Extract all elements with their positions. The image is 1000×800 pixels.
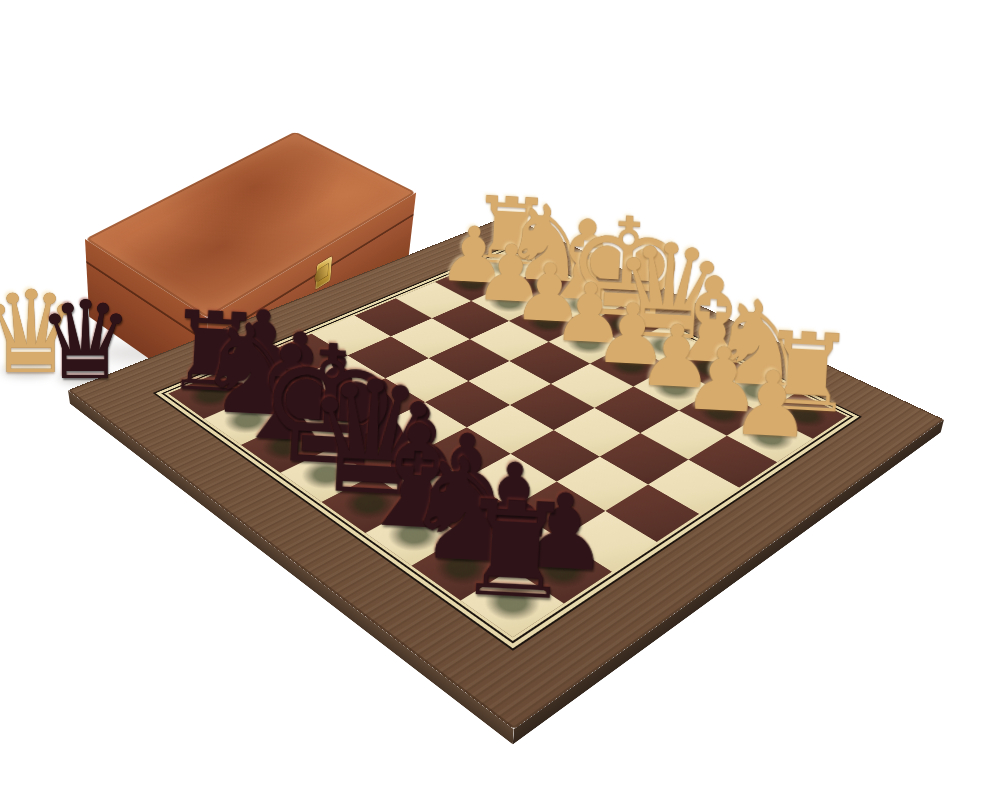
chess-board: ♜♞♝♚♛♝♞♜♟♟♟♟♟♟♟♟♟♟♟♟♟♟♟♟♜♞♝♚♛♝♞♜ xyxy=(68,216,944,730)
square-a3 xyxy=(689,436,777,488)
square-a5 xyxy=(605,485,699,542)
spare-black-queen: ♛ xyxy=(37,287,134,395)
product-photo-scene: ♜♞♝♚♛♝♞♜♟♟♟♟♟♟♟♟♟♟♟♟♟♟♟♟♜♞♝♚♛♝♞♜ ♛ ♛ xyxy=(0,0,1000,800)
square-c3 xyxy=(595,387,679,433)
board-squares: ♜♞♝♚♛♝♞♜♟♟♟♟♟♟♟♟♟♟♟♟♟♟♟♟♜♞♝♚♛♝♞♜ xyxy=(168,251,846,637)
square-a2: ♟ xyxy=(727,413,813,462)
black-rook-glyph: ♜ xyxy=(453,482,577,619)
square-a8: ♜ xyxy=(461,569,564,638)
